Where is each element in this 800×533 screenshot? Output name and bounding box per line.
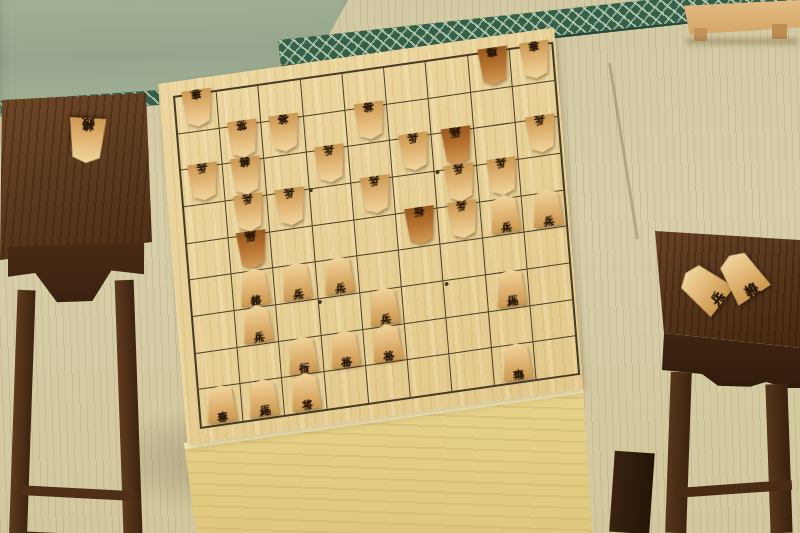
star-point	[444, 281, 448, 286]
sente-knight-face: 桂馬	[494, 267, 528, 308]
gote-lance-face: 香車	[180, 87, 214, 128]
piece-gote-bishop-4e[interactable]: 角行	[404, 205, 438, 246]
gote-pawn-face: 歩兵	[358, 174, 392, 215]
piece-kanji: 歩兵	[457, 219, 468, 221]
piece-gote-lance-1a[interactable]: 香車	[518, 39, 552, 80]
piece-sente-rook-2i[interactable]: 飛車	[500, 341, 534, 382]
piece-kanji: 飛車	[488, 65, 499, 67]
piece-kanji: 銀将	[736, 272, 747, 279]
gote-gold-face: 金将	[268, 112, 302, 153]
tatami-seam	[608, 63, 639, 239]
square-6i[interactable]	[324, 366, 369, 409]
piece-kanji: 桂馬	[246, 249, 257, 251]
piece-kanji: 歩兵	[536, 133, 547, 135]
piece-kanji: 王将	[237, 138, 248, 140]
sente-knight-face: 桂馬	[247, 377, 281, 418]
piece-gote-rook-2a[interactable]: 飛車	[476, 45, 510, 86]
piece-kanji: 金将	[340, 348, 351, 350]
star-point	[318, 299, 322, 304]
wooden-screen-base	[684, 0, 800, 46]
piece-kanji: 角行	[415, 225, 426, 227]
square-1i[interactable]	[533, 337, 578, 380]
square-1h[interactable]	[530, 300, 575, 343]
piece-gote-silver-8c[interactable]: 銀将	[229, 155, 263, 196]
piece-sente-pawn-5g[interactable]: 歩兵	[367, 285, 401, 326]
gote-king-face: 王将	[226, 118, 260, 159]
piece-kanji: 香車	[530, 59, 541, 61]
piece-kanji: 金将	[279, 132, 290, 134]
piece-gote-pawn-9c[interactable]: 歩兵	[186, 161, 220, 202]
piece-gote-king-8b[interactable]: 王将	[226, 118, 260, 159]
gote-knight-face: 桂馬	[440, 125, 474, 166]
piece-sente-knight-8i[interactable]: 桂馬	[247, 377, 281, 418]
sente-pawn-face: 歩兵	[530, 187, 564, 228]
piece-gote-pawn-4c[interactable]: 歩兵	[398, 131, 432, 172]
maker-signature: 〆	[303, 399, 311, 410]
gote-pawn-face: 歩兵	[186, 161, 220, 202]
gote-pawn-face: 歩兵	[443, 162, 477, 203]
square-1f[interactable]	[524, 227, 569, 270]
piece-sente-silver-8f[interactable]: 銀将	[238, 266, 272, 307]
sente-gold-face: 金将	[328, 328, 362, 369]
gote-pawn-face: 歩兵	[524, 113, 558, 154]
piece-gote-pawn-8d[interactable]: 歩兵	[232, 192, 266, 233]
piece-kanji: 歩兵	[409, 151, 420, 153]
gote-silver-face: 銀将	[229, 155, 263, 196]
gote-bishop-face: 角行	[404, 205, 438, 246]
piece-kanji: 香車	[216, 403, 227, 405]
piece-sente-gold-5h[interactable]: 金将	[370, 322, 404, 363]
square-4i[interactable]	[408, 354, 453, 397]
gote-pawn-face: 歩兵	[398, 131, 432, 172]
shogi-scene: 銀将 歩兵銀将 香車飛車香車王将金将金将歩兵銀将歩兵歩兵桂馬歩兵歩兵歩兵歩兵歩兵…	[0, 0, 800, 533]
square-9g[interactable]	[193, 311, 238, 353]
piece-sente-lance-9i[interactable]: 香車	[205, 383, 239, 424]
gote-rook-face: 飛車	[476, 45, 510, 86]
sente-pawn-face: 歩兵	[241, 303, 275, 344]
hand-gote-silver[interactable]: 銀将	[67, 117, 107, 164]
piece-kanji: 歩兵	[700, 282, 708, 293]
square-2b[interactable]	[471, 87, 516, 130]
piece-kanji: 歩兵	[379, 305, 390, 307]
square-4a[interactable]	[384, 62, 429, 104]
square-3h[interactable]	[447, 312, 492, 355]
piece-kanji: 歩兵	[500, 213, 511, 215]
piece-kanji: 歩兵	[285, 206, 296, 208]
board-surface: 香車飛車香車王将金将金将歩兵銀将歩兵歩兵桂馬歩兵歩兵歩兵歩兵歩兵歩兵桂馬角行歩兵…	[158, 28, 583, 445]
square-9e[interactable]	[187, 238, 232, 281]
piece-kanji: 銀将	[81, 140, 94, 141]
square-6d[interactable]	[309, 184, 354, 226]
gote-pawn-face: 歩兵	[485, 156, 519, 197]
komadai-right-leg	[765, 384, 792, 533]
square-1g[interactable]	[527, 263, 572, 305]
square-5i[interactable]	[366, 360, 411, 403]
wooden-screen-foot	[772, 24, 787, 39]
piece-gote-gold-7b[interactable]: 金将	[268, 112, 302, 153]
piece-kanji: 歩兵	[243, 212, 254, 214]
piece-kanji: 香車	[192, 107, 203, 109]
wooden-screen-shadow	[686, 38, 798, 45]
piece-sente-pawn-8g[interactable]: 歩兵	[241, 303, 275, 344]
board-grid: 香車飛車香車王将金将金将歩兵銀将歩兵歩兵桂馬歩兵歩兵歩兵歩兵歩兵歩兵桂馬角行歩兵…	[173, 42, 580, 429]
piece-kanji: 金将	[364, 120, 375, 122]
sente-silver-face: 銀将	[67, 117, 107, 164]
piece-sente-knight-2g[interactable]: 桂馬	[494, 267, 528, 308]
square-6a[interactable]	[301, 74, 346, 116]
piece-kanji: 歩兵	[370, 194, 381, 196]
piece-gote-knight-3c[interactable]: 桂馬	[440, 125, 474, 166]
komadai-left: 銀将	[0, 90, 154, 533]
gote-lance-face: 香車	[518, 39, 552, 80]
square-4h[interactable]	[405, 318, 450, 361]
sente-gold-face: 金将	[370, 322, 404, 363]
piece-kanji: 歩兵	[334, 274, 345, 276]
gote-pawn-face: 歩兵	[446, 199, 480, 240]
piece-kanji: 銀将	[249, 286, 260, 288]
sente-bishop-face: 角行	[286, 334, 320, 375]
komadai-right: 歩兵銀将	[612, 222, 800, 533]
square-9f[interactable]	[190, 275, 235, 318]
gote-knight-face: 桂馬	[235, 229, 269, 270]
square-3i[interactable]	[450, 348, 495, 391]
piece-gote-pawn-2d[interactable]: 歩兵	[485, 156, 519, 197]
gote-gold-face: 金将	[352, 100, 386, 141]
piece-sente-bishop-7h[interactable]: 角行	[286, 334, 320, 375]
sente-lance-face: 香車	[205, 383, 239, 424]
sente-pawn-face: 歩兵	[367, 285, 401, 326]
piece-gote-pawn-5d[interactable]: 歩兵	[358, 174, 392, 215]
piece-sente-pawn-7f[interactable]: 歩兵	[280, 260, 314, 301]
piece-sente-pawn-2e[interactable]: 歩兵	[488, 193, 522, 234]
square-3a[interactable]	[426, 56, 471, 98]
piece-kanji: 玉将	[300, 391, 311, 393]
piece-kanji: 歩兵	[497, 176, 508, 178]
komadai-right-leg	[665, 372, 692, 533]
sente-pawn-face: 歩兵	[280, 260, 314, 301]
sente-rook-face: 飛車	[500, 341, 534, 382]
komadai-left-leg	[6, 290, 35, 533]
piece-kanji: 銀将	[240, 175, 251, 177]
gote-pawn-face: 歩兵	[274, 186, 308, 227]
sente-pawn-face: 歩兵	[488, 193, 522, 234]
piece-gote-pawn-3e[interactable]: 歩兵	[446, 199, 480, 240]
gote-pawn-face: 歩兵	[313, 143, 347, 184]
piece-gote-pawn-7d[interactable]: 歩兵	[274, 186, 308, 227]
piece-gote-knight-8e[interactable]: 桂馬	[235, 229, 269, 270]
piece-sente-gold-6h[interactable]: 金将	[328, 328, 362, 369]
square-3f[interactable]	[441, 239, 486, 282]
piece-kanji: 歩兵	[291, 280, 302, 282]
piece-kanji: 桂馬	[258, 397, 269, 399]
piece-kanji: 角行	[297, 354, 308, 356]
piece-gote-gold-5b[interactable]: 金将	[352, 100, 386, 141]
piece-kanji: 歩兵	[198, 181, 209, 183]
square-9d[interactable]	[184, 201, 229, 243]
piece-kanji: 桂馬	[451, 145, 462, 147]
piece-kanji: 歩兵	[542, 207, 553, 209]
piece-kanji: 金将	[382, 342, 393, 344]
piece-sente-king-7i[interactable]: 玉将〆	[289, 371, 323, 412]
sente-silver-face: 銀将	[238, 266, 272, 307]
square-3g[interactable]	[444, 275, 489, 317]
piece-gote-pawn-1c[interactable]: 歩兵	[524, 113, 558, 154]
piece-gote-pawn-3d[interactable]: 歩兵	[443, 162, 477, 203]
piece-gote-pawn-6c[interactable]: 歩兵	[313, 143, 347, 184]
piece-sente-pawn-6f[interactable]: 歩兵	[322, 254, 356, 295]
komadai-left-stretcher	[20, 485, 130, 501]
piece-kanji: 歩兵	[454, 182, 465, 184]
gote-pawn-face: 歩兵	[232, 192, 266, 233]
sente-king-face: 玉将〆	[289, 371, 323, 412]
piece-kanji: 飛車	[512, 361, 523, 363]
square-5e[interactable]	[354, 214, 399, 257]
piece-kanji: 歩兵	[325, 163, 336, 165]
komadai-right-leg	[609, 451, 655, 533]
piece-sente-pawn-1e[interactable]: 歩兵	[530, 187, 564, 228]
square-4f[interactable]	[399, 245, 444, 288]
piece-gote-lance-9a[interactable]: 香車	[180, 87, 214, 128]
square-4g[interactable]	[402, 281, 447, 323]
piece-kanji: 桂馬	[506, 287, 517, 289]
komadai-left-top	[0, 90, 154, 262]
sente-pawn-face: 歩兵	[322, 254, 356, 295]
piece-kanji: 歩兵	[252, 323, 263, 325]
